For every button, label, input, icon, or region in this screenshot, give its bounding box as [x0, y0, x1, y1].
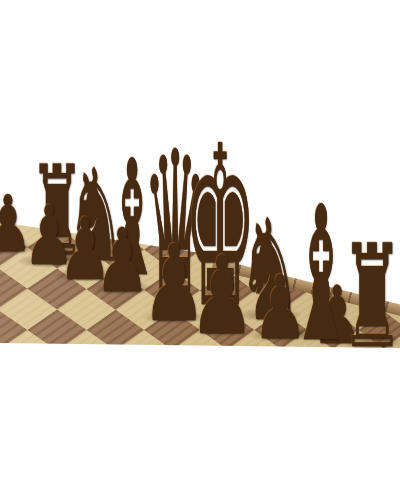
piece-rook: ♜ [337, 226, 400, 368]
chess-set-photo: ♜♞♝♛♚♞♝♜♟♟♟♟♟♟♟♟ [0, 0, 400, 488]
piece-pawn: ♟ [185, 242, 258, 350]
piece-pawn: ♟ [249, 264, 311, 352]
